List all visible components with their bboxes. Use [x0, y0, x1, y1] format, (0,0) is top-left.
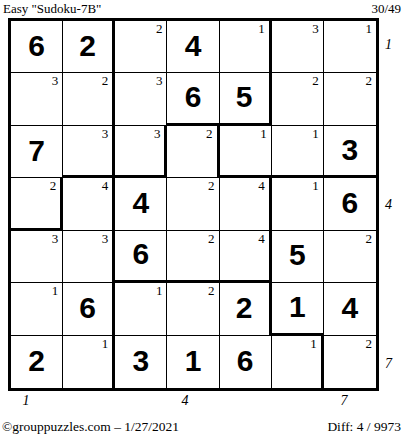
cell-r3c5[interactable]: 1	[220, 126, 272, 178]
cell-r4c6[interactable]: 1	[272, 178, 324, 230]
candidate-count: 1	[260, 127, 267, 141]
puzzle-page: Easy "Sudoku-7B" 30/49 62241313236522733…	[0, 0, 403, 437]
given-digit: 6	[342, 188, 359, 218]
cell-r5c3[interactable]: 6	[115, 231, 167, 283]
given-digit: 2	[79, 31, 96, 61]
cell-r3c3[interactable]: 3	[115, 126, 167, 178]
cell-r1c3[interactable]: 2	[115, 21, 167, 73]
puzzle-title: Easy "Sudoku-7B"	[3, 1, 101, 17]
candidate-count: 2	[206, 127, 213, 141]
given-digit: 1	[289, 292, 306, 322]
cell-r5c2[interactable]: 3	[63, 231, 115, 283]
cell-r2c2[interactable]: 2	[63, 73, 115, 125]
given-digit: 7	[28, 136, 45, 166]
cell-r1c1[interactable]: 6	[11, 21, 63, 73]
candidate-count: 3	[52, 74, 59, 88]
candidate-count: 1	[312, 179, 319, 193]
cell-r4c1[interactable]: 2	[11, 178, 63, 230]
candidate-count: 4	[102, 179, 109, 193]
given-digit: 6	[28, 31, 45, 61]
cell-r3c4[interactable]: 2	[167, 126, 219, 178]
candidate-count: 2	[50, 179, 57, 193]
candidate-count: 1	[310, 337, 317, 351]
cell-r3c2[interactable]: 3	[63, 126, 115, 178]
cell-r3c6[interactable]: 1	[272, 126, 324, 178]
cell-r2c1[interactable]: 3	[11, 73, 63, 125]
candidate-count: 2	[312, 74, 319, 88]
candidate-count: 3	[52, 232, 59, 246]
cell-r4c2[interactable]: 4	[63, 178, 115, 230]
cell-r2c3[interactable]: 3	[115, 73, 167, 125]
cell-r5c6[interactable]: 5	[272, 231, 324, 283]
col-label-7: 7	[341, 394, 348, 408]
sudoku-board: 6224131323652273321132442416336245216122…	[8, 18, 379, 391]
cell-r7c1[interactable]: 2	[11, 336, 63, 388]
cell-r4c4[interactable]: 2	[167, 178, 219, 230]
given-digit: 3	[133, 346, 150, 376]
cell-r7c7[interactable]: 2	[324, 336, 376, 388]
cell-r7c5[interactable]: 6	[220, 336, 272, 388]
candidate-count: 3	[102, 232, 109, 246]
given-digit: 6	[133, 239, 150, 269]
col-label-1: 1	[23, 394, 30, 408]
given-digit: 4	[342, 293, 359, 323]
candidate-count: 3	[102, 127, 109, 141]
given-digit: 2	[28, 346, 45, 376]
candidate-count: 2	[365, 74, 372, 88]
candidate-count: 2	[365, 337, 372, 351]
cell-r7c6[interactable]: 1	[272, 336, 324, 388]
cell-r5c7[interactable]: 2	[324, 231, 376, 283]
cell-r5c5[interactable]: 4	[220, 231, 272, 283]
cell-r4c7[interactable]: 6	[324, 178, 376, 230]
candidate-count: 2	[102, 74, 109, 88]
candidate-count: 2	[365, 232, 372, 246]
cell-r1c5[interactable]: 1	[220, 21, 272, 73]
given-digit: 3	[342, 135, 359, 165]
cell-r7c2[interactable]: 1	[63, 336, 115, 388]
cell-r6c1[interactable]: 1	[11, 283, 63, 335]
cell-r3c1[interactable]: 7	[11, 126, 63, 178]
candidate-count: 1	[258, 22, 265, 36]
cell-r1c7[interactable]: 1	[324, 21, 376, 73]
cell-r4c5[interactable]: 4	[220, 178, 272, 230]
candidate-count: 1	[102, 337, 109, 351]
given-digit: 5	[289, 240, 306, 270]
cell-r6c4[interactable]: 2	[167, 283, 219, 335]
cell-r6c5[interactable]: 2	[220, 283, 272, 335]
cell-r2c5[interactable]: 5	[220, 73, 272, 125]
cell-r6c6[interactable]: 1	[272, 283, 324, 335]
candidate-count: 2	[156, 22, 163, 36]
given-digit: 5	[236, 82, 253, 112]
candidate-count: 1	[52, 284, 59, 298]
candidate-count: 3	[156, 74, 163, 88]
candidate-count: 4	[258, 179, 265, 193]
progress-counter: 30/49	[371, 1, 401, 17]
given-digit: 4	[133, 188, 150, 218]
given-digit: 6	[237, 346, 254, 376]
given-digit: 4	[185, 31, 202, 61]
cell-r6c3[interactable]: 1	[115, 283, 167, 335]
candidate-count: 2	[208, 179, 215, 193]
cell-r2c7[interactable]: 2	[324, 73, 376, 125]
row-label-1: 1	[385, 38, 392, 52]
cell-r7c4[interactable]: 1	[167, 336, 219, 388]
cell-r6c7[interactable]: 4	[324, 283, 376, 335]
candidate-count: 4	[258, 232, 265, 246]
cell-r1c2[interactable]: 2	[63, 21, 115, 73]
cell-r4c3[interactable]: 4	[115, 178, 167, 230]
row-label-4: 4	[385, 198, 392, 212]
difficulty-text: Diff: 4 / 9973	[327, 419, 401, 435]
cell-r1c4[interactable]: 4	[167, 21, 219, 73]
cell-r2c4[interactable]: 6	[167, 73, 219, 125]
candidate-count: 3	[154, 127, 161, 141]
cell-r6c2[interactable]: 6	[63, 283, 115, 335]
col-label-4: 4	[182, 394, 189, 408]
candidate-count: 1	[312, 127, 319, 141]
cell-r5c4[interactable]: 2	[167, 231, 219, 283]
cell-r3c7[interactable]: 3	[324, 126, 376, 178]
given-digit: 6	[79, 293, 96, 323]
given-digit: 1	[185, 346, 202, 376]
given-digit: 2	[236, 293, 253, 323]
candidate-count: 2	[208, 284, 215, 298]
copyright-text: ©grouppuzzles.com – 1/27/2021	[2, 419, 179, 435]
cell-r1c6[interactable]: 3	[272, 21, 324, 73]
candidate-count: 1	[365, 22, 372, 36]
cell-r2c6[interactable]: 2	[272, 73, 324, 125]
cell-r7c3[interactable]: 3	[115, 336, 167, 388]
candidate-count: 2	[208, 232, 215, 246]
candidate-count: 1	[156, 284, 163, 298]
candidate-count: 3	[312, 22, 319, 36]
given-digit: 6	[185, 82, 202, 112]
cell-r5c1[interactable]: 3	[11, 231, 63, 283]
row-label-7: 7	[385, 357, 392, 371]
